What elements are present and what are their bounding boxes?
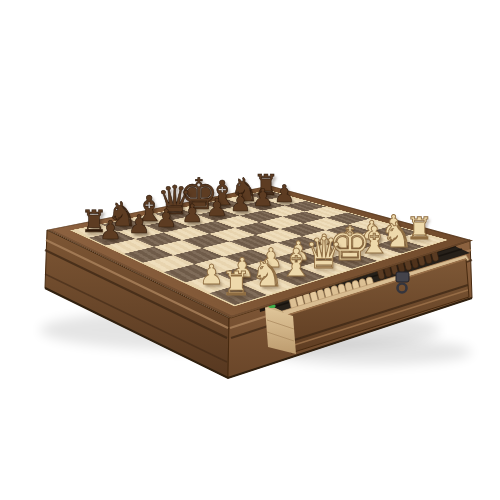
piece-white-bishop-c1[interactable]: ♝	[279, 244, 314, 283]
piece-white-rook-a1[interactable]: ♜	[221, 267, 251, 300]
piece-black-pawn-e7[interactable]: ♟	[206, 196, 228, 221]
piece-white-pawn-a2[interactable]: ♟	[199, 261, 224, 288]
piece-black-pawn-d7[interactable]: ♟	[181, 201, 203, 226]
piece-black-pawn-g7[interactable]: ♟	[252, 186, 274, 210]
piece-black-pawn-c7[interactable]: ♟	[155, 207, 178, 232]
product-photo-scene: ♜♞♝♛♚♝♞♜♟♟♟♟♟♟♟♟♟♟♟♟♟♟♟♟♜♞♝♛♚♝♞♜	[0, 0, 500, 500]
piece-white-knight-b1[interactable]: ♞	[251, 254, 284, 291]
piece-black-pawn-a7[interactable]: ♟	[99, 218, 122, 244]
piece-black-pawn-h7[interactable]: ♟	[274, 182, 296, 206]
piece-black-pawn-b7[interactable]: ♟	[128, 212, 151, 237]
piece-black-pawn-f7[interactable]: ♟	[229, 191, 251, 216]
